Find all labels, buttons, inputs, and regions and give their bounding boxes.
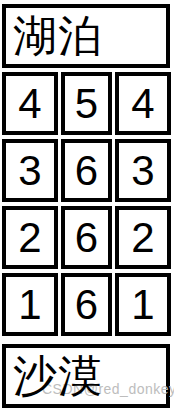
grid-cell: 5 <box>61 72 112 135</box>
grid-cell: 4 <box>115 72 171 135</box>
desert-label-box: 沙漠 <box>2 344 170 408</box>
grid-cell: 1 <box>115 273 171 336</box>
grid-cell: 6 <box>61 206 112 269</box>
lake-label: 湖泊 <box>6 14 103 58</box>
puzzle-diagram: 湖泊 4 5 4 3 6 3 2 6 2 1 6 1 沙漠 CSDN@red_d… <box>0 0 174 410</box>
grid-cell: 2 <box>2 206 58 269</box>
lake-label-box: 湖泊 <box>2 4 170 68</box>
grid-cell: 1 <box>2 273 58 336</box>
grid-cell: 6 <box>61 139 112 202</box>
grid-cell: 6 <box>61 273 112 336</box>
grid-cell: 4 <box>2 72 58 135</box>
grid-cell: 3 <box>115 139 171 202</box>
desert-label: 沙漠 <box>6 354 103 398</box>
grid-cell: 2 <box>115 206 171 269</box>
height-grid: 4 5 4 3 6 3 2 6 2 1 6 1 <box>2 72 171 336</box>
grid-cell: 3 <box>2 139 58 202</box>
